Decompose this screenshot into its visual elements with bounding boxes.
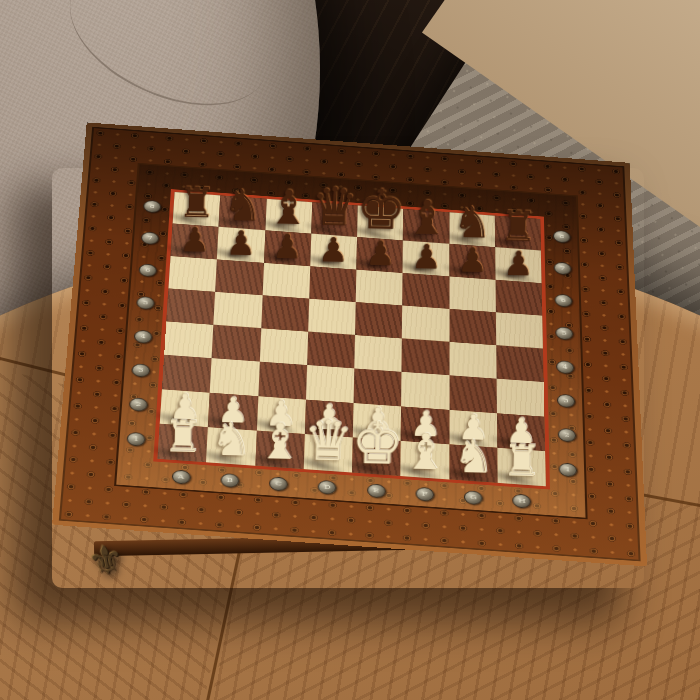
piece-black-knight[interactable]: ♞ [453,201,492,245]
square-h5[interactable] [496,312,543,349]
scene: ⚜ ⚜ ♜♞♝♛♚♝♞♜♟♟♟♟♟♟♟♟♟♟♟♟♟♟♟♟♜♞♝♛♚♝♞♜ ABC… [0,0,700,700]
square-a1[interactable]: ♜ [158,424,209,463]
piece-black-pawn[interactable]: ♟ [179,222,210,256]
square-g1[interactable]: ♞ [449,444,497,483]
piece-black-king[interactable]: ♚ [356,182,406,238]
coordinate-medallion-2: 2 [129,397,148,411]
rank-label-slot: 2 [550,417,583,454]
square-d1[interactable]: ♛ [304,434,353,473]
coordinate-medallion-8: 8 [553,230,571,243]
rank-label-slot: 2 [121,386,156,423]
coordinate-medallion-1: 1 [126,432,145,447]
square-g6[interactable] [449,276,496,312]
piece-white-king[interactable]: ♚ [351,414,404,473]
square-c1[interactable]: ♝ [255,430,305,469]
coordinate-medallion-c: C [269,476,288,491]
board-perspective-wrap: ♜♞♝♛♚♝♞♜♟♟♟♟♟♟♟♟♟♟♟♟♟♟♟♟♜♞♝♛♚♝♞♜ ABCDEFG… [0,0,700,700]
square-f1[interactable]: ♝ [401,441,449,480]
piece-white-rook[interactable]: ♜ [502,439,542,483]
piece-white-knight[interactable]: ♞ [453,434,495,480]
coordinate-medallion-6: 6 [138,264,157,278]
piece-black-knight[interactable]: ♞ [223,184,263,228]
piece-white-bishop[interactable]: ♝ [257,416,303,467]
piece-black-bishop[interactable]: ♝ [405,194,448,242]
rank-label-slot: 1 [551,451,585,489]
square-e1[interactable]: ♚ [352,437,401,476]
coordinate-medallion-1: 1 [559,463,578,478]
piece-black-rook[interactable]: ♜ [177,182,215,224]
rank-label-slot: 3 [123,352,158,388]
piece-black-pawn[interactable]: ♟ [411,239,442,273]
square-c6[interactable] [262,263,310,299]
piece-black-pawn[interactable]: ♟ [225,226,256,260]
piece-black-bishop[interactable]: ♝ [267,183,310,231]
piece-black-pawn[interactable]: ♟ [365,236,396,270]
piece-white-rook[interactable]: ♜ [163,415,203,459]
square-b1[interactable]: ♞ [206,427,256,466]
piece-white-knight[interactable]: ♞ [210,417,252,463]
piece-black-queen[interactable]: ♛ [310,181,359,235]
rank-label-slot: 1 [118,421,153,458]
coordinate-medallion-2: 2 [558,428,577,443]
piece-black-pawn[interactable]: ♟ [272,229,303,263]
file-label-slot: H [498,487,547,515]
piece-black-pawn[interactable]: ♟ [457,243,488,277]
rank-label-slot: 7 [547,251,579,285]
chess-board[interactable]: ♜♞♝♛♚♝♞♜♟♟♟♟♟♟♟♟♟♟♟♟♟♟♟♟♜♞♝♛♚♝♞♜ ABCDEFG… [52,122,647,566]
square-b6[interactable] [215,259,263,295]
piece-black-rook[interactable]: ♜ [499,206,537,248]
piece-black-pawn[interactable]: ♟ [503,246,534,280]
coordinate-medallion-a: A [171,470,190,485]
piece-white-queen[interactable]: ♛ [303,413,354,470]
coordinate-medallion-e: E [367,483,386,498]
piece-black-pawn[interactable]: ♟ [318,232,349,266]
square-h1[interactable]: ♜ [497,448,546,487]
piece-white-bishop[interactable]: ♝ [403,426,448,476]
